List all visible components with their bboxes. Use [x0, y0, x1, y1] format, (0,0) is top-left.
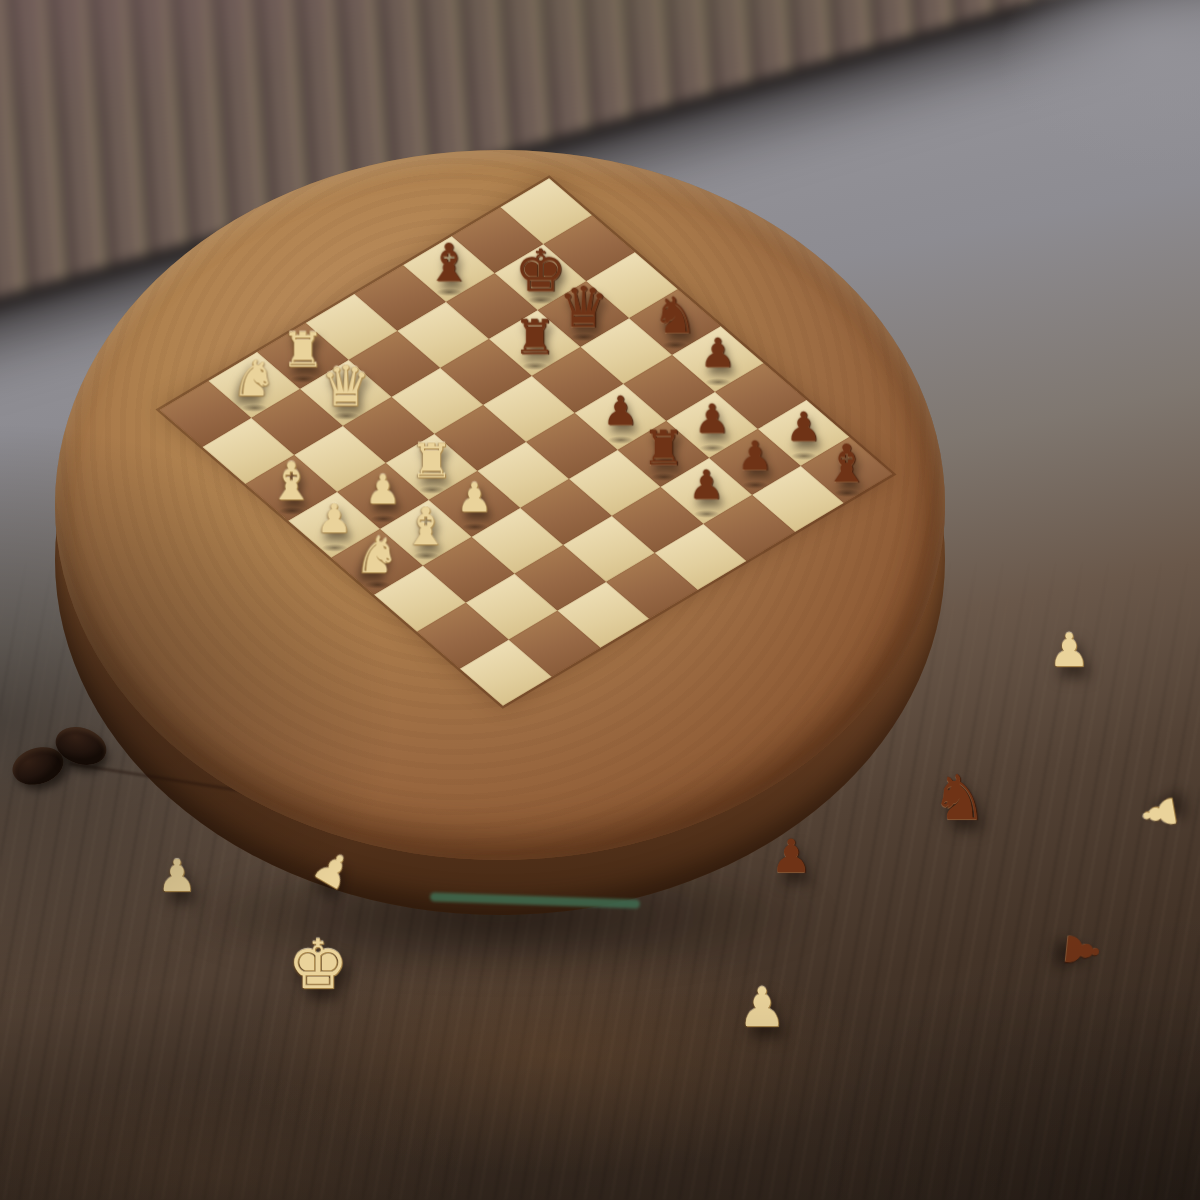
- dark-knight-offboard[interactable]: ♞: [931, 767, 987, 829]
- photo-scene: ♞♟♟♝♚♛♟♟♝♜♟♜♟♜♛♜♟♞♟♝♝♟♞ ♟♚♟♟♟♟♟♞♟: [0, 0, 1200, 1200]
- white-pawn-offboard[interactable]: ♟: [738, 981, 786, 1035]
- white-king-offboard[interactable]: ♚: [288, 931, 349, 999]
- white-pawn-offboard[interactable]: ♟: [1136, 791, 1184, 835]
- white-pawn-offboard[interactable]: ♟: [157, 854, 196, 898]
- white-pawn-offboard[interactable]: ♟: [306, 843, 360, 898]
- white-pawn-offboard[interactable]: ♟: [1048, 627, 1089, 673]
- loose-pieces-layer: ♟♚♟♟♟♟♟♞♟: [0, 0, 1200, 1200]
- dark-pawn-offboard[interactable]: ♟: [770, 833, 811, 879]
- dark-pawn-offboard[interactable]: ♟: [1058, 928, 1106, 972]
